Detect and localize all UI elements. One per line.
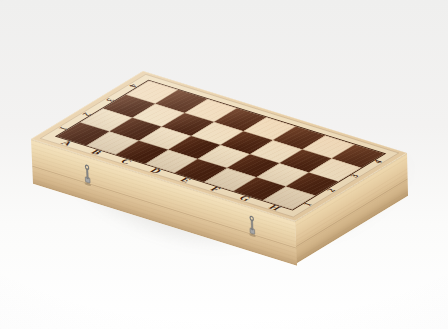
hook-latch-icon bbox=[248, 214, 257, 238]
hook-latch-icon bbox=[83, 163, 92, 187]
photo-background: ABCDEFGH 4321 4321 bbox=[0, 0, 448, 329]
